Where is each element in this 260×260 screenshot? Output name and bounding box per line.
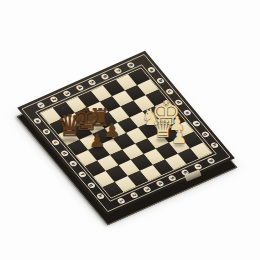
dark-pawn-icon: ♟	[103, 121, 120, 140]
dark-pawn-icon: ♟	[89, 132, 105, 150]
product-photo-chess-set: aa88bb77cc66dd55ee44ff33gg22hh11 ♜♚♛♟♟♞♚…	[0, 0, 260, 260]
pieces-layer: ♜♚♛♟♟♞♚♛♟♟	[0, 0, 260, 260]
dark-queen-icon: ♛	[57, 111, 84, 141]
light-pawn-icon: ♟	[171, 128, 187, 146]
